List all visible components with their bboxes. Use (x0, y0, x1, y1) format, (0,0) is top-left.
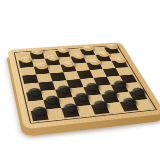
checker-light[interactable]: ⛀ (81, 45, 94, 51)
checkers-board: ⛀⛀⛀⛀⛀⛀⛀⛀⛀⛀⛀⛀⛂⛂⛂⛂⛂⛂⛂⛂⛂⛂⛂⛂ (7, 42, 160, 129)
checker-light[interactable]: ⛀ (113, 57, 127, 64)
checker-black[interactable]: ⛂ (74, 92, 90, 101)
board-face: ⛀⛀⛀⛀⛀⛀⛀⛀⛀⛀⛀⛀⛂⛂⛂⛂⛂⛂⛂⛂⛂⛂⛂⛂ (7, 42, 160, 129)
square-c1[interactable]: ⛂ (61, 106, 80, 117)
checker-light[interactable]: ⛀ (20, 56, 33, 63)
square-a1[interactable]: ⛂ (31, 109, 49, 121)
photo-canvas: ⛀⛀⛀⛀⛀⛀⛀⛀⛀⛀⛀⛀⛂⛂⛂⛂⛂⛂⛂⛂⛂⛂⛂⛂ (0, 0, 160, 160)
checker-light[interactable]: ⛀ (88, 58, 102, 65)
checker-light[interactable]: ⛀ (31, 48, 44, 55)
checker-black[interactable]: ⛂ (103, 90, 119, 99)
checker-light[interactable]: ⛀ (46, 54, 59, 61)
checker-black[interactable]: ⛂ (27, 88, 42, 97)
checker-light[interactable]: ⛀ (106, 43, 120, 49)
checker-light[interactable]: ⛀ (57, 47, 70, 54)
checker-black[interactable]: ⛂ (32, 106, 48, 116)
playfield-outline: ⛀⛀⛀⛀⛀⛀⛀⛀⛀⛀⛀⛀⛂⛂⛂⛂⛂⛂⛂⛂⛂⛂⛂⛂ (14, 45, 158, 124)
checker-light[interactable]: ⛀ (35, 62, 49, 69)
board-grid: ⛀⛀⛀⛀⛀⛀⛀⛀⛀⛀⛀⛀⛂⛂⛂⛂⛂⛂⛂⛂⛂⛂⛂⛂ (17, 47, 153, 122)
checker-black[interactable]: ⛂ (131, 87, 147, 96)
